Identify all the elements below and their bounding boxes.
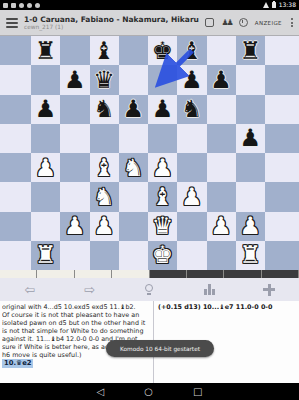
board-edge-strip bbox=[265, 124, 299, 153]
game-progress-bar[interactable] bbox=[0, 270, 299, 278]
square-h4[interactable] bbox=[236, 153, 265, 182]
square-g4[interactable] bbox=[207, 153, 236, 182]
square-b1[interactable] bbox=[60, 241, 89, 270]
progress-segment[interactable] bbox=[112, 270, 149, 278]
square-a1[interactable]: ♜ bbox=[31, 241, 60, 270]
square-e4[interactable]: ♟ bbox=[148, 153, 177, 182]
white-king: ♚ bbox=[152, 243, 174, 267]
white-pawn: ♟ bbox=[210, 214, 232, 238]
square-c7[interactable]: ♛ bbox=[90, 65, 119, 94]
progress-segment[interactable] bbox=[37, 270, 74, 278]
square-e2[interactable]: ♛ bbox=[148, 212, 177, 241]
bars-icon bbox=[204, 284, 215, 295]
white-knight: ♞ bbox=[93, 185, 115, 209]
white-pawn: ♟ bbox=[64, 214, 86, 238]
toast-message: Komodo 10 64-bit gestartet bbox=[106, 340, 214, 357]
square-d5[interactable] bbox=[119, 124, 148, 153]
black-king: ♚ bbox=[152, 39, 174, 63]
white-rook: ♜ bbox=[35, 243, 57, 267]
white-bishop: ♝ bbox=[93, 156, 115, 180]
notification-icon bbox=[19, 3, 24, 8]
white-pawn: ♟ bbox=[240, 214, 262, 238]
square-g7[interactable]: ♟ bbox=[207, 65, 236, 94]
black-pawn: ♟ bbox=[210, 68, 232, 92]
square-a7[interactable] bbox=[31, 65, 60, 94]
home-icon[interactable]: ○ bbox=[144, 387, 153, 397]
black-rook: ♜ bbox=[240, 39, 262, 63]
square-e6[interactable]: ♟ bbox=[148, 95, 177, 124]
left-arrow-icon: ⇦ bbox=[24, 283, 35, 296]
white-rook: ♜ bbox=[240, 243, 262, 267]
square-f5[interactable] bbox=[177, 124, 206, 153]
white-pawn: ♟ bbox=[181, 185, 203, 209]
square-b5[interactable] bbox=[60, 124, 89, 153]
right-arrow-icon: ⇨ bbox=[84, 283, 95, 296]
commentary-line: Of course it is not that pleasant to hav… bbox=[2, 311, 151, 319]
recents-icon[interactable]: □ bbox=[193, 387, 202, 397]
square-d2[interactable] bbox=[119, 212, 148, 241]
status-bar: 13:38 bbox=[0, 0, 299, 10]
white-pawn: ♟ bbox=[152, 156, 174, 180]
board-edge-strip bbox=[0, 153, 31, 182]
ad-label: ANZEIGE bbox=[255, 20, 282, 26]
board-edge-strip bbox=[0, 36, 31, 65]
square-f2[interactable] bbox=[177, 212, 206, 241]
black-pawn: ♟ bbox=[152, 97, 174, 121]
square-b7[interactable]: ♟ bbox=[60, 65, 89, 94]
progress-segment[interactable] bbox=[150, 270, 187, 278]
square-c1[interactable] bbox=[90, 241, 119, 270]
battery-icon bbox=[272, 2, 276, 8]
square-e1[interactable]: ♚ bbox=[148, 241, 177, 270]
square-b8[interactable] bbox=[60, 36, 89, 65]
square-h7[interactable] bbox=[236, 65, 265, 94]
square-a3[interactable] bbox=[31, 182, 60, 211]
notification-icon bbox=[3, 3, 8, 8]
menu-icon[interactable] bbox=[6, 18, 18, 28]
board-edge-strip bbox=[0, 241, 31, 270]
black-knight: ♞ bbox=[93, 97, 115, 121]
square-g6[interactable] bbox=[207, 95, 236, 124]
black-bishop: ♝ bbox=[181, 39, 203, 63]
square-f1[interactable] bbox=[177, 241, 206, 270]
square-a8[interactable]: ♜ bbox=[31, 36, 60, 65]
notification-icon bbox=[11, 3, 16, 8]
engine-evaluation-line[interactable]: (+0.15 d13) 10...♝e7 11.0-0 0-0 bbox=[158, 303, 297, 311]
current-move[interactable]: 10.♛e2 bbox=[2, 359, 33, 368]
square-d8[interactable] bbox=[119, 36, 148, 65]
square-c6[interactable]: ♞ bbox=[90, 95, 119, 124]
bulb-icon bbox=[145, 284, 153, 295]
white-pawn: ♟ bbox=[93, 214, 115, 238]
commentary-text: original with 4...d5 10.exd5 exd5 11.♝b2… bbox=[2, 303, 151, 368]
commentary-line: isolated pawn on d5 but on the other han… bbox=[2, 319, 151, 327]
black-pawn: ♟ bbox=[35, 97, 57, 121]
black-rook: ♜ bbox=[35, 39, 57, 63]
square-b3[interactable] bbox=[60, 182, 89, 211]
move-toolbar: ⇦ ⇨ bbox=[0, 278, 299, 301]
board-edge-strip bbox=[265, 95, 299, 124]
commentary-line: is not that simple for White to do somet… bbox=[2, 327, 151, 335]
board-edge-strip bbox=[0, 95, 31, 124]
progress-segment[interactable] bbox=[262, 270, 299, 278]
square-e3[interactable]: ♝ bbox=[148, 182, 177, 211]
white-pawn: ♟ bbox=[35, 156, 57, 180]
square-a5[interactable] bbox=[31, 124, 60, 153]
add-variation-button[interactable] bbox=[239, 278, 299, 301]
square-a4[interactable]: ♟ bbox=[31, 153, 60, 182]
square-h1[interactable]: ♜ bbox=[236, 241, 265, 270]
app-bar: 1-0 Caruana, Fabiano - Nakamura, Hikaru … bbox=[0, 10, 299, 36]
pieces-icon[interactable]: ♟♟ bbox=[221, 18, 231, 27]
white-queen: ♛ bbox=[152, 214, 174, 238]
square-g3[interactable] bbox=[207, 182, 236, 211]
notification-icon bbox=[35, 3, 40, 8]
square-f3[interactable]: ♟ bbox=[177, 182, 206, 211]
progress-segment[interactable] bbox=[187, 270, 224, 278]
square-h5[interactable]: ♟ bbox=[236, 124, 265, 153]
back-icon[interactable]: ◁ bbox=[97, 387, 105, 397]
square-h6[interactable] bbox=[236, 95, 265, 124]
progress-segment[interactable] bbox=[75, 270, 112, 278]
square-f7[interactable]: ♟ bbox=[177, 65, 206, 94]
square-b6[interactable] bbox=[60, 95, 89, 124]
square-d4[interactable]: ♞ bbox=[119, 153, 148, 182]
database-name: cewn_217 (1) bbox=[24, 24, 205, 30]
white-knight: ♞ bbox=[123, 156, 145, 180]
black-queen: ♛ bbox=[93, 68, 115, 92]
white-bishop: ♝ bbox=[152, 185, 174, 209]
square-f8[interactable]: ♝ bbox=[177, 36, 206, 65]
square-d3[interactable] bbox=[119, 182, 148, 211]
next-move-button[interactable]: ⇨ bbox=[60, 278, 120, 301]
analysis-button[interactable] bbox=[179, 278, 239, 301]
black-pawn: ♟ bbox=[64, 68, 86, 92]
square-e7[interactable] bbox=[148, 65, 177, 94]
board-edge-strip bbox=[0, 124, 31, 153]
notification-icon bbox=[27, 3, 32, 8]
board-icon[interactable] bbox=[205, 18, 214, 27]
square-g8[interactable] bbox=[207, 36, 236, 65]
board-edge-strip bbox=[265, 65, 299, 94]
square-e8[interactable]: ♚ bbox=[148, 36, 177, 65]
black-pawn: ♟ bbox=[181, 68, 203, 92]
square-g5[interactable] bbox=[207, 124, 236, 153]
board-edge-strip bbox=[265, 153, 299, 182]
black-pawn: ♟ bbox=[240, 126, 262, 150]
square-h2[interactable]: ♟ bbox=[236, 212, 265, 241]
square-a6[interactable]: ♟ bbox=[31, 95, 60, 124]
board-edge-strip bbox=[265, 182, 299, 211]
page-title: 1-0 Caruana, Fabiano - Nakamura, Hikaru bbox=[24, 15, 205, 24]
square-b2[interactable]: ♟ bbox=[60, 212, 89, 241]
signal-icon bbox=[263, 2, 269, 8]
board-edge-strip bbox=[0, 65, 31, 94]
square-c2[interactable]: ♟ bbox=[90, 212, 119, 241]
overflow-menu-icon[interactable] bbox=[289, 18, 295, 27]
square-e5[interactable] bbox=[148, 124, 177, 153]
square-f4[interactable] bbox=[177, 153, 206, 182]
square-g2[interactable]: ♟ bbox=[207, 212, 236, 241]
status-time: 13:38 bbox=[279, 0, 296, 10]
square-c5[interactable] bbox=[90, 124, 119, 153]
plus-icon bbox=[263, 284, 275, 296]
square-a2[interactable] bbox=[31, 212, 60, 241]
square-c8[interactable]: ♝ bbox=[90, 36, 119, 65]
square-g1[interactable] bbox=[207, 241, 236, 270]
notification-icons bbox=[3, 3, 40, 8]
progress-segment[interactable] bbox=[0, 270, 37, 278]
progress-segment[interactable] bbox=[224, 270, 261, 278]
chess-board[interactable]: ♜♝♚♝♜♟♛♟♟♟♞♟♟♞♟♟♝♞♟♞♝♟♟♟♛♟♟♜♚♜ bbox=[0, 36, 299, 270]
square-d7[interactable] bbox=[119, 65, 148, 94]
square-c4[interactable]: ♝ bbox=[90, 153, 119, 182]
previous-move-button[interactable]: ⇦ bbox=[0, 278, 60, 301]
board-edge-strip bbox=[265, 36, 299, 65]
board-edge-strip bbox=[0, 212, 31, 241]
android-nav-bar: ◁ ○ □ bbox=[0, 383, 299, 400]
commentary-line: original with 4...d5 10.exd5 exd5 11.♝b2… bbox=[2, 303, 151, 311]
board-edge-strip bbox=[265, 212, 299, 241]
square-h3[interactable] bbox=[236, 182, 265, 211]
square-f6[interactable]: ♞ bbox=[177, 95, 206, 124]
square-d6[interactable]: ♟ bbox=[119, 95, 148, 124]
square-c3[interactable]: ♞ bbox=[90, 182, 119, 211]
board-edge-strip bbox=[265, 241, 299, 270]
clock-icon[interactable] bbox=[239, 18, 248, 27]
black-bishop: ♝ bbox=[93, 39, 115, 63]
board-edge-strip bbox=[0, 182, 31, 211]
square-d1[interactable] bbox=[119, 241, 148, 270]
engine-button[interactable] bbox=[120, 278, 180, 301]
black-pawn: ♟ bbox=[123, 97, 145, 121]
square-b4[interactable] bbox=[60, 153, 89, 182]
black-knight: ♞ bbox=[181, 97, 203, 121]
square-h8[interactable]: ♜ bbox=[236, 36, 265, 65]
